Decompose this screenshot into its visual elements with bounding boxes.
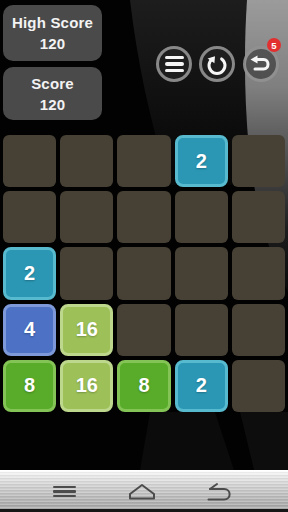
undo-button[interactable] [199,46,235,82]
nav-back-button[interactable] [204,481,236,503]
empty-cell [117,304,170,356]
tile-2: 2 [3,247,56,299]
system-navbar [0,470,288,512]
tile-16: 16 [60,360,113,412]
empty-cell [232,191,285,243]
empty-cell [60,135,113,187]
empty-cell [232,360,285,412]
empty-cell [175,191,228,243]
empty-cell [175,304,228,356]
menu-lines-icon [53,486,76,488]
empty-cell [232,247,285,299]
tile-8: 8 [3,360,56,412]
rotate-left-undo-icon [202,49,232,79]
tile-2: 2 [175,360,228,412]
nav-menu-button[interactable] [53,486,76,497]
empty-cell [3,135,56,187]
empty-cell [3,191,56,243]
undo-count-badge: 5 [267,38,281,52]
empty-cell [60,191,113,243]
tile-8: 8 [117,360,170,412]
score-panel: Score 120 [3,67,102,120]
game-board[interactable]: 2241681682 [3,135,285,412]
home-icon [130,485,154,499]
tile-16: 16 [60,304,113,356]
empty-cell [117,247,170,299]
high-score-value: 120 [40,33,66,54]
menu-button[interactable] [156,46,192,82]
back-arrow-icon [209,484,230,500]
empty-cell [60,247,113,299]
score-label: Score [31,73,74,94]
app-screen: High Score 120 Score 120 5 2241681682 [0,0,288,512]
empty-cell [117,135,170,187]
tile-4: 4 [3,304,56,356]
empty-cell [232,135,285,187]
tile-2: 2 [175,135,228,187]
high-score-label: High Score [12,12,93,33]
empty-cell [232,304,285,356]
high-score-panel: High Score 120 [3,5,102,61]
hamburger-menu-icon [165,56,184,72]
return-undo-arrow-icon [246,49,276,79]
empty-cell [117,191,170,243]
empty-cell [175,247,228,299]
score-value: 120 [40,94,66,115]
nav-home-button[interactable] [127,482,157,502]
